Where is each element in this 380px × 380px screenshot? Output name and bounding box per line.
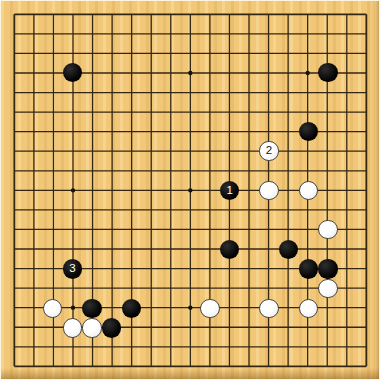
- stones-layer: 213: [4, 4, 378, 378]
- move-number: 1: [227, 185, 233, 197]
- stone-white-D3[interactable]: [63, 318, 82, 337]
- stone-black-R6[interactable]: [318, 259, 337, 278]
- stone-black-D6[interactable]: 3: [63, 259, 82, 278]
- stone-black-M7[interactable]: [220, 240, 239, 259]
- stone-white-E3[interactable]: [82, 318, 101, 337]
- stone-black-F3[interactable]: [102, 318, 121, 337]
- go-board[interactable]: 213: [0, 0, 380, 380]
- stone-white-L4[interactable]: [200, 299, 219, 318]
- stone-black-Q13[interactable]: [299, 122, 318, 141]
- screenshot-stage: 213: [0, 0, 380, 380]
- stone-black-R16[interactable]: [318, 63, 337, 82]
- stone-black-P7[interactable]: [279, 240, 298, 259]
- stone-black-D16[interactable]: [63, 63, 82, 82]
- move-number: 2: [266, 145, 272, 157]
- stone-white-R5[interactable]: [318, 279, 337, 298]
- stone-black-G4[interactable]: [122, 299, 141, 318]
- move-number: 3: [69, 263, 75, 275]
- stone-white-O12[interactable]: 2: [259, 141, 278, 160]
- stone-white-O10[interactable]: [259, 181, 278, 200]
- stone-black-E4[interactable]: [82, 299, 101, 318]
- stone-black-M10[interactable]: 1: [220, 181, 239, 200]
- stone-white-R8[interactable]: [318, 220, 337, 239]
- stone-black-Q6[interactable]: [299, 259, 318, 278]
- stone-white-C4[interactable]: [43, 299, 62, 318]
- stone-white-O4[interactable]: [259, 299, 278, 318]
- stone-white-Q4[interactable]: [299, 299, 318, 318]
- stone-white-Q10[interactable]: [299, 181, 318, 200]
